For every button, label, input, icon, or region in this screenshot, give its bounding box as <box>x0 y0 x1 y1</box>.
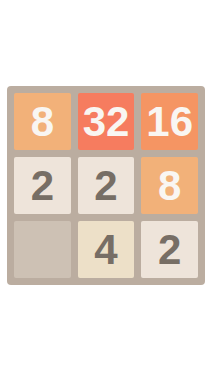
tile-16: 16 <box>141 93 198 150</box>
tile-32: 32 <box>78 93 135 150</box>
game-page: 8321622842 <box>0 0 210 374</box>
tile-4: 4 <box>78 221 135 278</box>
tile-8: 8 <box>141 157 198 214</box>
tile-2: 2 <box>78 157 135 214</box>
empty-cell <box>14 221 71 278</box>
tile-2: 2 <box>14 157 71 214</box>
tile-2: 2 <box>141 221 198 278</box>
board[interactable]: 8321622842 <box>7 86 205 285</box>
tile-8: 8 <box>14 93 71 150</box>
